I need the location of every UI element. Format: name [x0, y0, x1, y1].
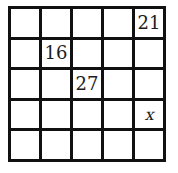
cell-r5c2: [42, 131, 70, 159]
cell-r2c2: 16: [42, 40, 70, 68]
cell-r2c3: [73, 40, 101, 68]
cell-r1c5: 21: [135, 9, 163, 37]
cell-r4c4: [104, 101, 132, 129]
cell-r3c1: [11, 70, 39, 98]
cell-r5c1: [11, 131, 39, 159]
cell-r3c2: [42, 70, 70, 98]
cell-r2c4: [104, 40, 132, 68]
cell-r1c3: [73, 9, 101, 37]
cell-r4c2: [42, 101, 70, 129]
cell-r5c3: [73, 131, 101, 159]
cell-r4c5: x: [135, 101, 163, 129]
puzzle-board: 21 16 27 x: [8, 6, 166, 162]
cell-r3c3: 27: [73, 70, 101, 98]
cell-r4c3: [73, 101, 101, 129]
cell-r3c4: [104, 70, 132, 98]
cell-r4c1: [11, 101, 39, 129]
cell-r1c1: [11, 9, 39, 37]
cell-r5c4: [104, 131, 132, 159]
cell-r2c1: [11, 40, 39, 68]
cell-r3c5: [135, 70, 163, 98]
cell-r1c2: [42, 9, 70, 37]
cell-r1c4: [104, 9, 132, 37]
cell-r2c5: [135, 40, 163, 68]
cell-r5c5: [135, 131, 163, 159]
